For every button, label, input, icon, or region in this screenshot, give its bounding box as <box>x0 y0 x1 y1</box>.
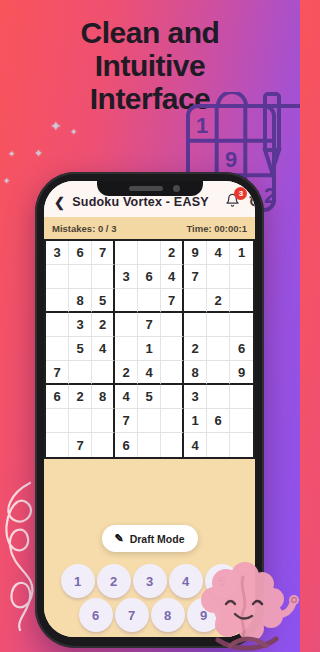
sudoku-cell[interactable]: 8 <box>184 361 207 385</box>
sudoku-cell[interactable] <box>138 241 161 265</box>
draft-mode-label: Draft Mode <box>130 533 185 545</box>
sudoku-cell[interactable]: 1 <box>184 409 207 433</box>
sudoku-cell[interactable] <box>115 313 138 337</box>
sudoku-cell[interactable]: 2 <box>207 289 230 313</box>
speaker-slot <box>129 186 163 191</box>
sudoku-cell[interactable]: 9 <box>230 361 253 385</box>
sudoku-cell[interactable]: 3 <box>69 313 92 337</box>
sudoku-cell[interactable]: 7 <box>69 433 92 457</box>
brain-mascot <box>198 560 300 652</box>
sudoku-cell[interactable] <box>230 289 253 313</box>
sparkle-icon: ✦ <box>34 147 43 160</box>
phone-notch <box>97 181 203 196</box>
pencil-edit-icon: ✎ <box>114 532 123 545</box>
sudoku-cell[interactable] <box>230 385 253 409</box>
sudoku-cell[interactable] <box>161 409 184 433</box>
sudoku-cell[interactable]: 2 <box>184 337 207 361</box>
sudoku-cell[interactable]: 3 <box>46 241 69 265</box>
sudoku-cell[interactable]: 4 <box>161 265 184 289</box>
sudoku-cell[interactable]: 7 <box>115 409 138 433</box>
sudoku-cell[interactable] <box>46 337 69 361</box>
sudoku-cell[interactable]: 1 <box>138 337 161 361</box>
sudoku-cell[interactable] <box>230 409 253 433</box>
sparkle-icon: ✦ <box>70 127 78 137</box>
sudoku-cell[interactable] <box>115 289 138 313</box>
handle-arc-icon <box>218 92 246 106</box>
numpad-button-3[interactable]: 3 <box>133 564 167 598</box>
sudoku-cell[interactable] <box>207 385 230 409</box>
numpad-button-2[interactable]: 2 <box>97 564 131 598</box>
sudoku-cell[interactable] <box>230 433 253 457</box>
sudoku-cell[interactable]: 6 <box>207 409 230 433</box>
sudoku-cell[interactable]: 3 <box>115 265 138 289</box>
sudoku-board: 3672941364785723275412672489628453716764 <box>44 239 255 459</box>
sudoku-cell[interactable]: 2 <box>69 385 92 409</box>
sudoku-cell[interactable] <box>138 409 161 433</box>
sudoku-cell[interactable] <box>92 433 115 457</box>
sudoku-cell[interactable] <box>46 409 69 433</box>
sudoku-cell[interactable]: 6 <box>115 433 138 457</box>
sudoku-cell[interactable] <box>92 265 115 289</box>
illustration-number: 9 <box>225 147 237 172</box>
sudoku-cell[interactable]: 4 <box>184 433 207 457</box>
camera-dot <box>173 185 180 192</box>
sudoku-cell[interactable] <box>230 265 253 289</box>
sudoku-cell[interactable]: 7 <box>161 289 184 313</box>
sudoku-cell[interactable]: 8 <box>92 385 115 409</box>
sudoku-cell[interactable]: 9 <box>184 241 207 265</box>
hint-count-badge: 3 <box>234 187 247 200</box>
sudoku-cell[interactable]: 4 <box>138 361 161 385</box>
hero-title-line1: Clean and <box>0 16 300 49</box>
sudoku-cell[interactable] <box>207 265 230 289</box>
sparkle-icon: ✦ <box>50 118 62 134</box>
sudoku-cell[interactable]: 5 <box>69 337 92 361</box>
illustration-number: 1 <box>196 113 208 138</box>
mistakes-counter: Mistakes: 0 / 3 <box>52 223 116 234</box>
sudoku-cell[interactable] <box>230 313 253 337</box>
sudoku-cell[interactable] <box>115 337 138 361</box>
sudoku-cell[interactable]: 8 <box>69 289 92 313</box>
back-button[interactable]: ❮ <box>54 195 72 210</box>
numpad-button-7[interactable]: 7 <box>115 598 149 632</box>
sudoku-cell[interactable] <box>161 313 184 337</box>
sudoku-cell[interactable] <box>207 337 230 361</box>
sudoku-cell[interactable] <box>138 289 161 313</box>
app-title: Sudoku Vortex - EASY <box>72 195 209 209</box>
sudoku-cell[interactable]: 2 <box>115 361 138 385</box>
sudoku-cell[interactable]: 1 <box>230 241 253 265</box>
sudoku-cell[interactable] <box>69 265 92 289</box>
sudoku-cell[interactable]: 7 <box>184 265 207 289</box>
sudoku-cell[interactable] <box>207 433 230 457</box>
sudoku-cell[interactable]: 2 <box>161 241 184 265</box>
sudoku-cell[interactable] <box>115 241 138 265</box>
sudoku-cell[interactable] <box>46 289 69 313</box>
sudoku-cell[interactable] <box>138 433 161 457</box>
sudoku-cell[interactable]: 2 <box>92 313 115 337</box>
sudoku-cell[interactable] <box>92 361 115 385</box>
timer: Time: 00:00:1 <box>186 223 247 234</box>
sudoku-cell[interactable]: 4 <box>207 241 230 265</box>
numpad-button-8[interactable]: 8 <box>151 598 185 632</box>
hero-title-line2: Intuitive <box>0 49 300 82</box>
sudoku-cell[interactable] <box>46 433 69 457</box>
sudoku-cell[interactable] <box>161 337 184 361</box>
sudoku-cell[interactable] <box>161 361 184 385</box>
hint-bell-button[interactable]: 3 <box>225 193 240 212</box>
sudoku-cell[interactable] <box>161 385 184 409</box>
draft-mode-button[interactable]: ✎ Draft Mode <box>101 525 197 552</box>
sudoku-cell[interactable]: 5 <box>138 385 161 409</box>
sparkle-icon: ✦ <box>8 149 16 159</box>
sudoku-cell[interactable]: 5 <box>92 289 115 313</box>
restart-icon[interactable]: ↻ <box>248 193 255 211</box>
illustration-number: 2 <box>264 183 276 208</box>
sudoku-cell[interactable]: 7 <box>138 313 161 337</box>
info-bar: Mistakes: 0 / 3 Time: 00:00:1 <box>44 217 255 239</box>
sudoku-cell[interactable] <box>207 313 230 337</box>
sudoku-cell[interactable] <box>184 289 207 313</box>
sudoku-cell[interactable]: 6 <box>46 385 69 409</box>
sudoku-cell[interactable]: 6 <box>138 265 161 289</box>
sudoku-cell[interactable]: 3 <box>184 385 207 409</box>
sudoku-cell[interactable]: 4 <box>92 337 115 361</box>
sudoku-cell[interactable]: 4 <box>115 385 138 409</box>
sparkle-icon: ✦ <box>3 176 11 186</box>
sudoku-cell[interactable]: 7 <box>46 361 69 385</box>
sudoku-cell[interactable] <box>161 433 184 457</box>
sudoku-cell[interactable]: 7 <box>92 241 115 265</box>
sudoku-cell[interactable] <box>46 313 69 337</box>
sudoku-cell[interactable] <box>46 265 69 289</box>
sudoku-cell[interactable] <box>207 361 230 385</box>
sudoku-cell[interactable] <box>92 409 115 433</box>
numpad-button-1[interactable]: 1 <box>61 564 95 598</box>
sudoku-cell[interactable] <box>69 409 92 433</box>
sudoku-cell[interactable] <box>184 313 207 337</box>
sudoku-cell[interactable] <box>69 361 92 385</box>
numpad-button-6[interactable]: 6 <box>79 598 113 632</box>
sudoku-cell[interactable]: 6 <box>230 337 253 361</box>
sudoku-cell[interactable]: 6 <box>69 241 92 265</box>
